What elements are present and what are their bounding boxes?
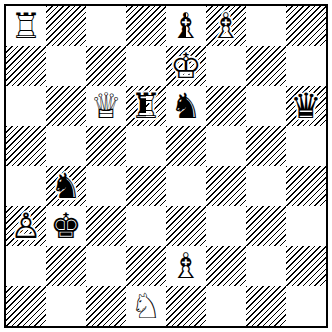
square-a3[interactable]: ♙ [6, 206, 46, 246]
square-d1[interactable]: ♘ [126, 286, 166, 326]
square-d3[interactable] [126, 206, 166, 246]
square-c8[interactable] [86, 6, 126, 46]
square-d2[interactable] [126, 246, 166, 286]
square-e2[interactable]: ♗ [166, 246, 206, 286]
square-a2[interactable] [6, 246, 46, 286]
square-g1[interactable] [246, 286, 286, 326]
square-e4[interactable] [166, 166, 206, 206]
square-c5[interactable] [86, 126, 126, 166]
square-b8[interactable] [46, 6, 86, 46]
square-c3[interactable] [86, 206, 126, 246]
board-frame: ♖♝♗♗♔♕♜♖♞♛♞♙♚♗♘ [4, 4, 328, 328]
square-h7[interactable] [286, 46, 326, 86]
square-h5[interactable] [286, 126, 326, 166]
white-king-e7: ♔ [170, 46, 201, 86]
square-f1[interactable] [206, 286, 246, 326]
square-f8[interactable]: ♗ [206, 6, 246, 46]
white-knight-d1: ♘ [130, 286, 161, 326]
square-b6[interactable] [46, 86, 86, 126]
square-d8[interactable] [126, 6, 166, 46]
square-d5[interactable] [126, 126, 166, 166]
square-c4[interactable] [86, 166, 126, 206]
square-a4[interactable] [6, 166, 46, 206]
square-e5[interactable] [166, 126, 206, 166]
chess-board: ♖♝♗♗♔♕♜♖♞♛♞♙♚♗♘ [6, 6, 326, 326]
square-g4[interactable] [246, 166, 286, 206]
square-g8[interactable] [246, 6, 286, 46]
square-e6[interactable]: ♞ [166, 86, 206, 126]
square-d7[interactable] [126, 46, 166, 86]
square-e1[interactable] [166, 286, 206, 326]
square-h3[interactable] [286, 206, 326, 246]
square-c2[interactable] [86, 246, 126, 286]
square-h4[interactable] [286, 166, 326, 206]
square-b1[interactable] [46, 286, 86, 326]
square-d6[interactable]: ♜♖ [126, 86, 166, 126]
white-rook-a8: ♖ [10, 6, 41, 46]
square-f4[interactable] [206, 166, 246, 206]
square-c7[interactable] [86, 46, 126, 86]
square-f5[interactable] [206, 126, 246, 166]
white-bishop-f8: ♗ [210, 6, 241, 46]
neutral-rook-d6: ♜♖ [126, 86, 166, 126]
square-h8[interactable] [286, 6, 326, 46]
square-e8[interactable]: ♝♗ [166, 6, 206, 46]
square-a7[interactable] [6, 46, 46, 86]
square-h1[interactable] [286, 286, 326, 326]
square-g7[interactable] [246, 46, 286, 86]
black-king-b3: ♚ [50, 206, 81, 246]
square-b5[interactable] [46, 126, 86, 166]
square-g5[interactable] [246, 126, 286, 166]
white-pawn-a3: ♙ [10, 206, 41, 246]
square-c6[interactable]: ♕ [86, 86, 126, 126]
black-queen-h6: ♛ [290, 86, 321, 126]
square-f7[interactable] [206, 46, 246, 86]
black-knight-e6: ♞ [170, 86, 201, 126]
square-e7[interactable]: ♔ [166, 46, 206, 86]
square-g6[interactable] [246, 86, 286, 126]
square-a5[interactable] [6, 126, 46, 166]
neutral-bishop-e8: ♝♗ [166, 6, 206, 46]
square-a6[interactable] [6, 86, 46, 126]
square-a8[interactable]: ♖ [6, 6, 46, 46]
square-b2[interactable] [46, 246, 86, 286]
white-bishop-e2: ♗ [170, 246, 201, 286]
square-g2[interactable] [246, 246, 286, 286]
square-b3[interactable]: ♚ [46, 206, 86, 246]
square-g3[interactable] [246, 206, 286, 246]
black-knight-b4: ♞ [50, 166, 81, 206]
square-f2[interactable] [206, 246, 246, 286]
square-d4[interactable] [126, 166, 166, 206]
chess-diagram: ♖♝♗♗♔♕♜♖♞♛♞♙♚♗♘ [0, 0, 332, 332]
square-h6[interactable]: ♛ [286, 86, 326, 126]
square-a1[interactable] [6, 286, 46, 326]
square-f6[interactable] [206, 86, 246, 126]
square-e3[interactable] [166, 206, 206, 246]
square-h2[interactable] [286, 246, 326, 286]
white-queen-c6: ♕ [90, 86, 121, 126]
square-b7[interactable] [46, 46, 86, 86]
square-c1[interactable] [86, 286, 126, 326]
square-b4[interactable]: ♞ [46, 166, 86, 206]
square-f3[interactable] [206, 206, 246, 246]
